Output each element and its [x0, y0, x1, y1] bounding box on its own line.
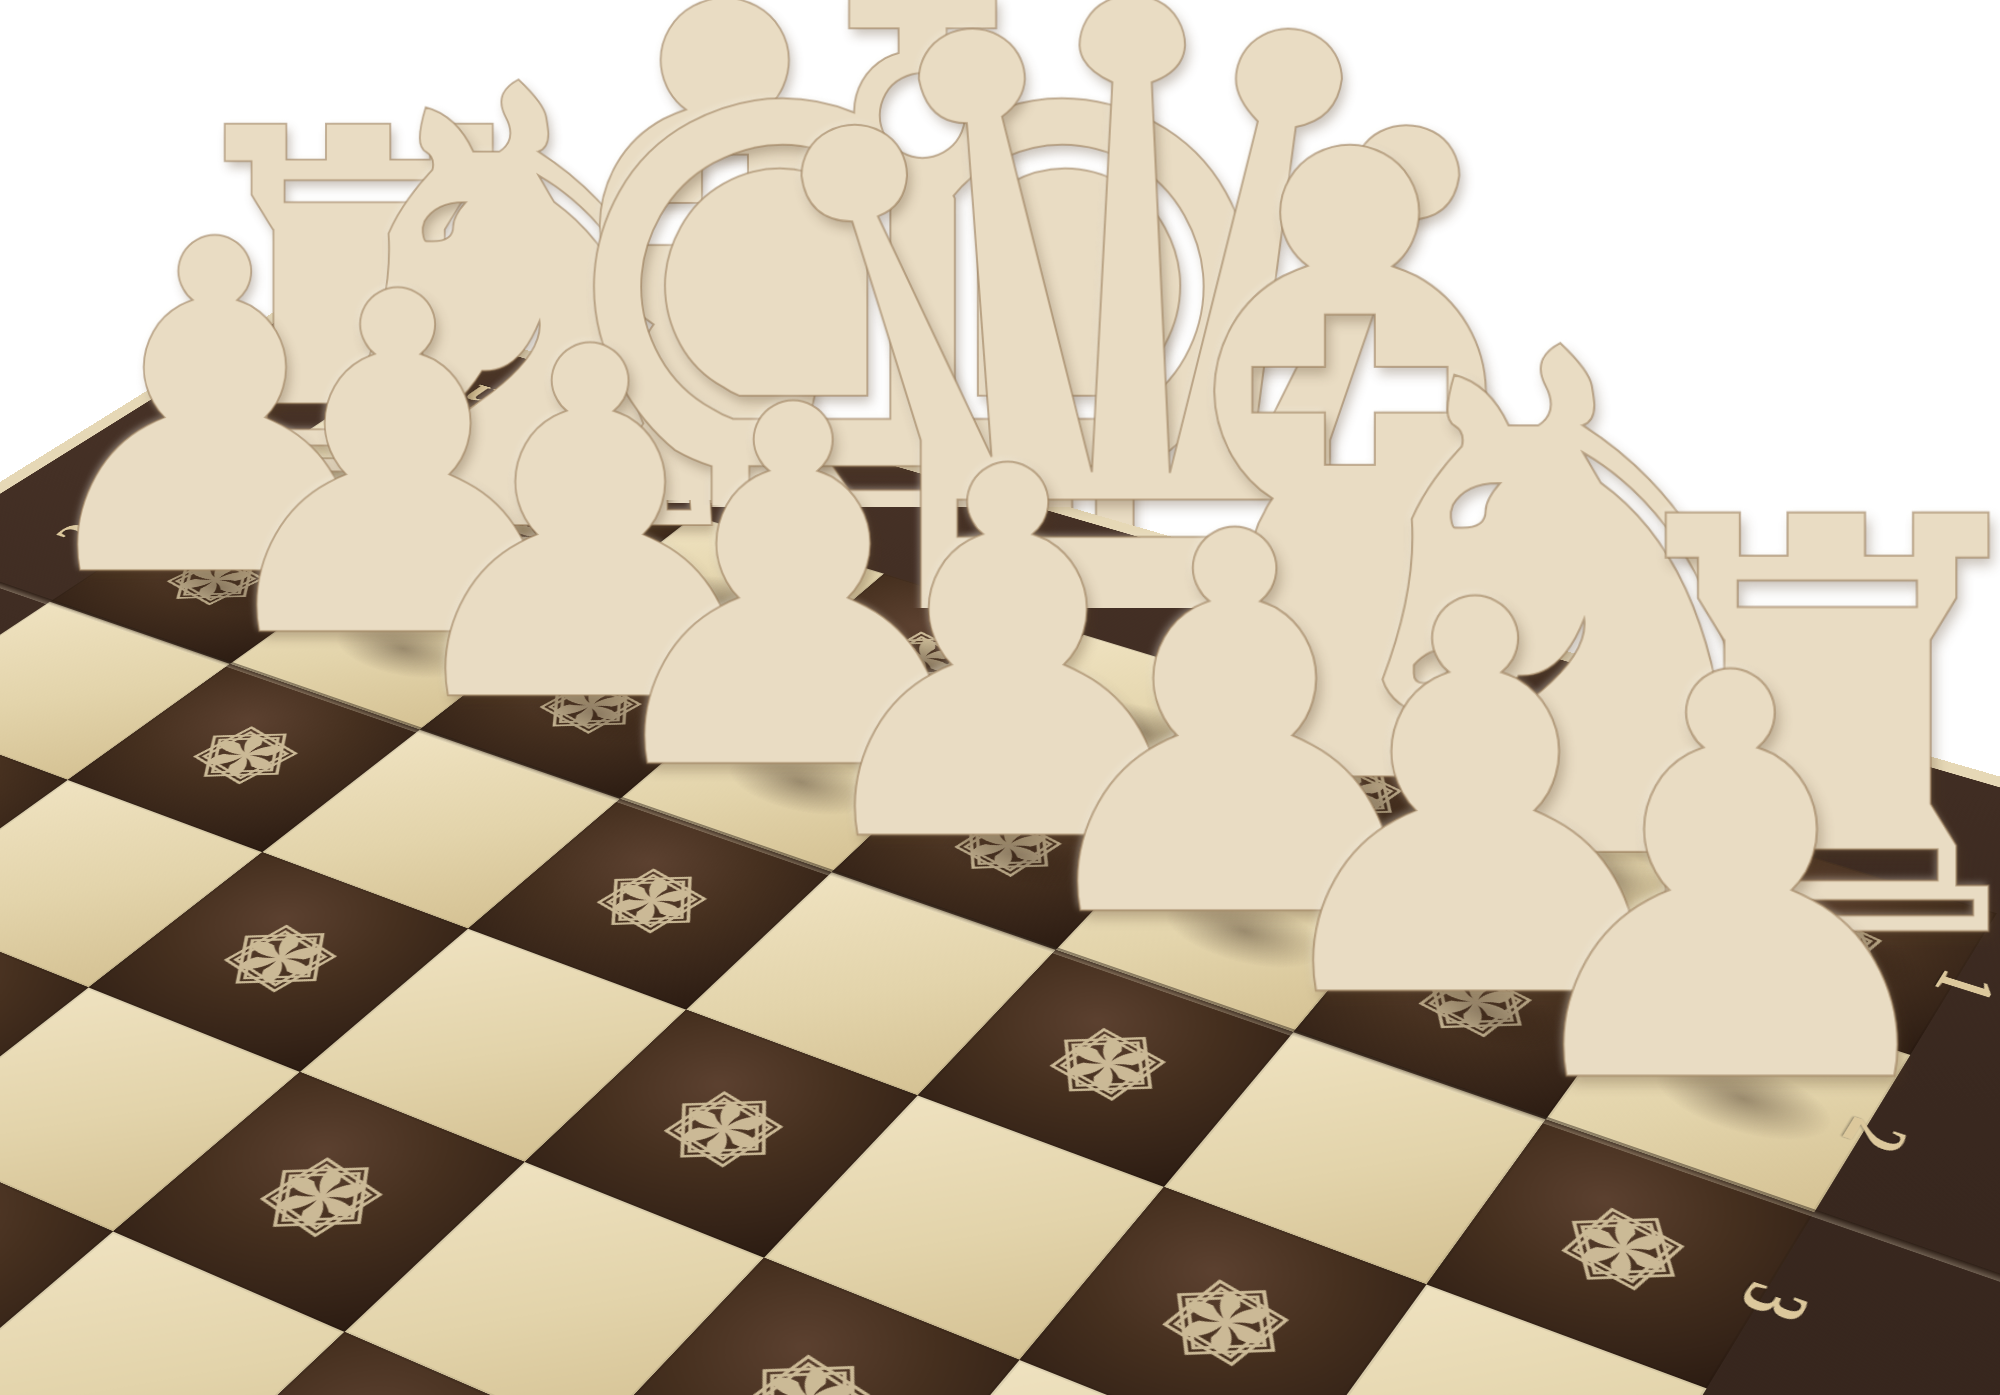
eternity-ornament-icon	[136, 698, 354, 815]
eternity-ornament-icon	[675, 1310, 940, 1395]
pawn-glyph: ♟	[1481, 604, 1981, 1162]
eternity-ornament-icon	[193, 1118, 448, 1279]
eternity-ornament-icon	[538, 837, 763, 967]
chess-board: 1122334455667788hhggffeeddccbbaa♟♟♟♟♟♟♟♟…	[0, 297, 2000, 1395]
eternity-ornament-icon	[1098, 1237, 1350, 1395]
eternity-ornament-icon	[990, 992, 1223, 1139]
eternity-ornament-icon	[162, 891, 397, 1027]
eternity-ornament-icon	[1502, 1167, 1742, 1334]
scene: 1122334455667788hhggffeeddccbbaa♟♟♟♟♟♟♟♟…	[0, 0, 2000, 1395]
eternity-ornament-icon	[601, 1054, 845, 1208]
